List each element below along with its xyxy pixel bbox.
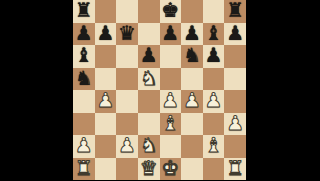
square-d7[interactable] [138,23,160,46]
white-queen-icon[interactable]: ♛ [140,158,158,179]
square-d1[interactable]: ♛ [138,158,160,181]
square-e7[interactable]: ♟ [160,23,182,46]
square-d5[interactable]: ♞ [138,68,160,91]
white-bishop-icon[interactable]: ♝ [161,113,179,134]
black-king-icon[interactable]: ♚ [161,0,179,21]
square-d4[interactable] [138,90,160,113]
square-h8[interactable]: ♜ [224,0,246,23]
chess-board: ♜♚♜♟♟♛♟♟♝♟♝♟♞♟♞♞♟♟♟♟♝♟♟♟♞♝♜♛♚♜ [73,0,246,180]
square-c8[interactable] [116,0,138,23]
white-pawn-icon[interactable]: ♟ [183,90,201,111]
square-h2[interactable] [224,135,246,158]
white-pawn-icon[interactable]: ♟ [75,135,93,156]
square-d8[interactable] [138,0,160,23]
square-b4[interactable]: ♟ [95,90,117,113]
square-b8[interactable] [95,0,117,23]
square-g1[interactable] [203,158,225,181]
square-g5[interactable] [203,68,225,91]
pillarbox-right [246,0,320,180]
square-c4[interactable] [116,90,138,113]
black-pawn-icon[interactable]: ♟ [140,45,158,66]
black-bishop-icon[interactable]: ♝ [75,45,93,66]
white-knight-icon[interactable]: ♞ [140,68,158,89]
square-a1[interactable]: ♜ [73,158,95,181]
square-g2[interactable]: ♝ [203,135,225,158]
square-h6[interactable] [224,45,246,68]
square-h1[interactable]: ♜ [224,158,246,181]
square-h5[interactable] [224,68,246,91]
black-pawn-icon[interactable]: ♟ [75,23,93,44]
square-a4[interactable] [73,90,95,113]
black-pawn-icon[interactable]: ♟ [96,23,114,44]
black-bishop-icon[interactable]: ♝ [205,23,223,44]
white-pawn-icon[interactable]: ♟ [118,135,136,156]
square-c5[interactable] [116,68,138,91]
square-g3[interactable] [203,113,225,136]
square-c1[interactable] [116,158,138,181]
square-g8[interactable] [203,0,225,23]
square-g4[interactable]: ♟ [203,90,225,113]
square-f1[interactable] [181,158,203,181]
square-a8[interactable]: ♜ [73,0,95,23]
white-pawn-icon[interactable]: ♟ [205,90,223,111]
square-a2[interactable]: ♟ [73,135,95,158]
square-c6[interactable] [116,45,138,68]
square-h3[interactable]: ♟ [224,113,246,136]
square-b6[interactable] [95,45,117,68]
square-f5[interactable] [181,68,203,91]
square-b1[interactable] [95,158,117,181]
square-b5[interactable] [95,68,117,91]
black-knight-icon[interactable]: ♞ [75,68,93,89]
white-rook-icon[interactable]: ♜ [75,158,93,179]
black-knight-icon[interactable]: ♞ [183,45,201,66]
square-g7[interactable]: ♝ [203,23,225,46]
square-h7[interactable]: ♟ [224,23,246,46]
square-d3[interactable] [138,113,160,136]
square-e6[interactable] [160,45,182,68]
square-a5[interactable]: ♞ [73,68,95,91]
square-b3[interactable] [95,113,117,136]
black-queen-icon[interactable]: ♛ [118,23,136,44]
screenshot-frame: ♜♚♜♟♟♛♟♟♝♟♝♟♞♟♞♞♟♟♟♟♝♟♟♟♞♝♜♛♚♜ [0,0,320,180]
white-pawn-icon[interactable]: ♟ [161,90,179,111]
black-rook-icon[interactable]: ♜ [75,0,93,21]
square-f4[interactable]: ♟ [181,90,203,113]
white-knight-icon[interactable]: ♞ [140,135,158,156]
square-c2[interactable]: ♟ [116,135,138,158]
square-d2[interactable]: ♞ [138,135,160,158]
white-pawn-icon[interactable]: ♟ [96,90,114,111]
black-rook-icon[interactable]: ♜ [226,0,244,21]
square-f8[interactable] [181,0,203,23]
white-bishop-icon[interactable]: ♝ [205,135,223,156]
black-pawn-icon[interactable]: ♟ [183,23,201,44]
square-a3[interactable] [73,113,95,136]
square-e4[interactable]: ♟ [160,90,182,113]
square-a7[interactable]: ♟ [73,23,95,46]
square-c3[interactable] [116,113,138,136]
square-e2[interactable] [160,135,182,158]
pillarbox-left [0,0,73,180]
square-d6[interactable]: ♟ [138,45,160,68]
square-h4[interactable] [224,90,246,113]
square-f3[interactable] [181,113,203,136]
square-f2[interactable] [181,135,203,158]
black-pawn-icon[interactable]: ♟ [226,23,244,44]
square-e1[interactable]: ♚ [160,158,182,181]
square-e8[interactable]: ♚ [160,0,182,23]
square-e3[interactable]: ♝ [160,113,182,136]
white-king-icon[interactable]: ♚ [161,158,179,179]
square-c7[interactable]: ♛ [116,23,138,46]
square-g6[interactable]: ♟ [203,45,225,68]
square-b7[interactable]: ♟ [95,23,117,46]
square-e5[interactable] [160,68,182,91]
black-pawn-icon[interactable]: ♟ [205,45,223,66]
square-f6[interactable]: ♞ [181,45,203,68]
white-rook-icon[interactable]: ♜ [226,158,244,179]
square-a6[interactable]: ♝ [73,45,95,68]
square-f7[interactable]: ♟ [181,23,203,46]
white-pawn-icon[interactable]: ♟ [226,113,244,134]
square-b2[interactable] [95,135,117,158]
black-pawn-icon[interactable]: ♟ [161,23,179,44]
